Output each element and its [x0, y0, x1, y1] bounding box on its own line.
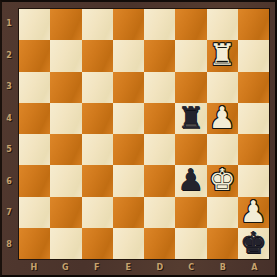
- square-g7[interactable]: [50, 197, 81, 228]
- square-f7[interactable]: [82, 197, 113, 228]
- chessboard-widget: 12345678 HGFEDCBA ♜♜♟♟♚♟♚: [0, 0, 277, 277]
- square-e5[interactable]: [113, 134, 144, 165]
- square-b2[interactable]: ♜: [207, 40, 238, 71]
- square-h6[interactable]: [19, 165, 50, 196]
- square-f2[interactable]: [82, 40, 113, 71]
- square-e7[interactable]: [113, 197, 144, 228]
- square-h1[interactable]: [19, 9, 50, 40]
- file-label-f: F: [81, 260, 113, 275]
- rank-label-7: 7: [0, 197, 18, 229]
- square-b6[interactable]: ♚: [207, 165, 238, 196]
- square-g6[interactable]: [50, 165, 81, 196]
- file-label-c: C: [176, 260, 208, 275]
- square-c6[interactable]: ♟: [175, 165, 206, 196]
- rank-label-4: 4: [0, 103, 18, 135]
- file-label-h: H: [18, 260, 50, 275]
- square-c7[interactable]: [175, 197, 206, 228]
- rank-label-8: 8: [0, 229, 18, 261]
- square-a5[interactable]: [238, 134, 269, 165]
- rank-label-2: 2: [0, 40, 18, 72]
- square-e2[interactable]: [113, 40, 144, 71]
- rank-label-6: 6: [0, 166, 18, 198]
- square-b1[interactable]: [207, 9, 238, 40]
- piece-black-pawn-c6[interactable]: ♟: [177, 164, 204, 195]
- square-a4[interactable]: [238, 103, 269, 134]
- square-f6[interactable]: [82, 165, 113, 196]
- piece-black-rook-c4[interactable]: ♜: [177, 102, 204, 133]
- rank-label-1: 1: [0, 8, 18, 40]
- square-d2[interactable]: [144, 40, 175, 71]
- square-d3[interactable]: [144, 72, 175, 103]
- square-h3[interactable]: [19, 72, 50, 103]
- square-f5[interactable]: [82, 134, 113, 165]
- file-labels: HGFEDCBA: [18, 260, 270, 275]
- square-f4[interactable]: [82, 103, 113, 134]
- square-a2[interactable]: [238, 40, 269, 71]
- piece-white-king-b6[interactable]: ♚: [209, 164, 236, 195]
- square-c8[interactable]: [175, 228, 206, 259]
- square-a6[interactable]: [238, 165, 269, 196]
- square-b4[interactable]: ♟: [207, 103, 238, 134]
- square-h2[interactable]: [19, 40, 50, 71]
- board: ♜♜♟♟♚♟♚: [18, 8, 270, 260]
- square-a1[interactable]: [238, 9, 269, 40]
- square-d1[interactable]: [144, 9, 175, 40]
- square-g3[interactable]: [50, 72, 81, 103]
- square-e4[interactable]: [113, 103, 144, 134]
- square-b3[interactable]: [207, 72, 238, 103]
- square-d8[interactable]: [144, 228, 175, 259]
- square-a7[interactable]: ♟: [238, 197, 269, 228]
- square-h7[interactable]: [19, 197, 50, 228]
- square-e6[interactable]: [113, 165, 144, 196]
- square-a8[interactable]: ♚: [238, 228, 269, 259]
- square-c5[interactable]: [175, 134, 206, 165]
- piece-white-pawn-a7[interactable]: ♟: [240, 196, 267, 227]
- square-g8[interactable]: [50, 228, 81, 259]
- file-label-g: G: [50, 260, 82, 275]
- file-label-b: B: [207, 260, 239, 275]
- square-g1[interactable]: [50, 9, 81, 40]
- square-c1[interactable]: [175, 9, 206, 40]
- square-b7[interactable]: [207, 197, 238, 228]
- square-e8[interactable]: [113, 228, 144, 259]
- rank-label-5: 5: [0, 134, 18, 166]
- rank-label-3: 3: [0, 71, 18, 103]
- square-a3[interactable]: [238, 72, 269, 103]
- square-e3[interactable]: [113, 72, 144, 103]
- square-c4[interactable]: ♜: [175, 103, 206, 134]
- square-h4[interactable]: [19, 103, 50, 134]
- piece-white-pawn-b4[interactable]: ♟: [209, 102, 236, 133]
- square-f1[interactable]: [82, 9, 113, 40]
- piece-black-king-a8[interactable]: ♚: [240, 227, 267, 258]
- square-b5[interactable]: [207, 134, 238, 165]
- file-label-d: D: [144, 260, 176, 275]
- square-h5[interactable]: [19, 134, 50, 165]
- rank-labels: 12345678: [0, 8, 18, 260]
- square-d4[interactable]: [144, 103, 175, 134]
- square-d7[interactable]: [144, 197, 175, 228]
- piece-white-rook-b2[interactable]: ♜: [209, 39, 236, 70]
- file-label-a: A: [239, 260, 271, 275]
- square-f8[interactable]: [82, 228, 113, 259]
- square-d6[interactable]: [144, 165, 175, 196]
- square-e1[interactable]: [113, 9, 144, 40]
- file-label-e: E: [113, 260, 145, 275]
- square-g5[interactable]: [50, 134, 81, 165]
- square-c2[interactable]: [175, 40, 206, 71]
- square-h8[interactable]: [19, 228, 50, 259]
- square-g4[interactable]: [50, 103, 81, 134]
- square-c3[interactable]: [175, 72, 206, 103]
- square-f3[interactable]: [82, 72, 113, 103]
- square-b8[interactable]: [207, 228, 238, 259]
- square-g2[interactable]: [50, 40, 81, 71]
- square-d5[interactable]: [144, 134, 175, 165]
